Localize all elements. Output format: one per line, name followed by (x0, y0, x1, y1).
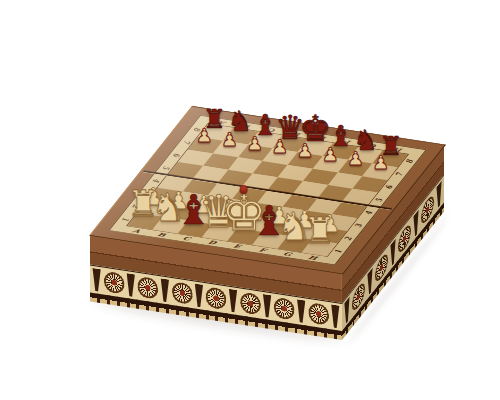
product-photo-stage: AABBCCDDEEFFGGHH1122334455667788 ♜♞♝♛♚♝♞… (0, 0, 500, 400)
piece-black-pawn-c7: ♟ (246, 133, 263, 152)
piece-black-pawn-g7: ♟ (347, 149, 364, 168)
piece-black-pawn-d7: ♟ (271, 137, 288, 156)
piece-black-pawn-e7: ♟ (297, 141, 314, 160)
piece-white-rook-h1: ♜ (303, 213, 335, 249)
pieces-layer: ♜♞♝♛♚♝♞♜♟♟♟♟♟♟♟♟♟♟♟♟♟♟♟♟♜♞♝♛♚♝♞♜ (0, 0, 500, 400)
piece-black-pawn-b7: ♟ (221, 129, 238, 148)
piece-black-pawn-h7: ♟ (372, 153, 389, 172)
piece-black-pawn-f7: ♟ (322, 145, 339, 164)
piece-black-pawn-a7: ♟ (196, 126, 213, 145)
white-king-red-dome-icon (240, 185, 248, 194)
